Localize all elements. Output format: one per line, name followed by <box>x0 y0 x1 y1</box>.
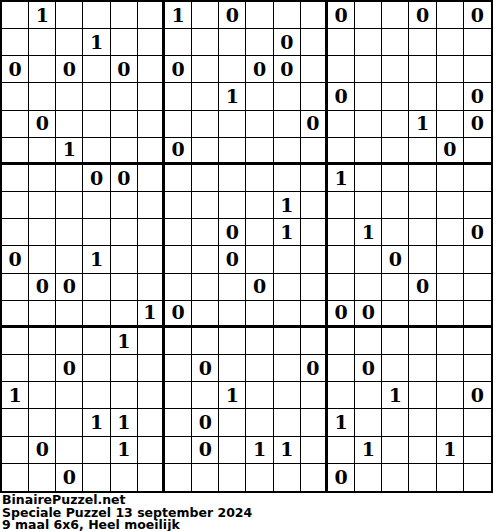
cell-r14c10-empty[interactable] <box>274 382 301 409</box>
cell-r16c16-given: 1 <box>437 437 464 464</box>
cell-r13c13-given: 0 <box>355 355 382 382</box>
cell-r14c7-empty[interactable] <box>192 382 219 409</box>
cell-r12c12-empty[interactable] <box>328 328 355 355</box>
cell-r3c11-empty[interactable] <box>301 83 328 110</box>
page: 1100001000000010000101000011011001000000… <box>0 0 493 531</box>
cell-r1c17-empty[interactable] <box>464 29 491 56</box>
cell-r2c12-empty[interactable] <box>328 56 355 83</box>
cell-r13c6-empty[interactable] <box>165 355 192 382</box>
cell-r0c9-empty[interactable] <box>246 2 273 29</box>
cell-r8c0-empty[interactable] <box>2 219 29 246</box>
cell-r2c16-empty[interactable] <box>437 56 464 83</box>
cell-r17c15-empty[interactable] <box>409 464 436 491</box>
cell-r8c11-empty[interactable] <box>301 219 328 246</box>
cell-r17c13-empty[interactable] <box>355 464 382 491</box>
cell-r6c0-empty[interactable] <box>2 165 29 192</box>
cell-r3c2-empty[interactable] <box>56 83 83 110</box>
cell-r17c7-empty[interactable] <box>192 464 219 491</box>
cell-r7c1-empty[interactable] <box>29 192 56 219</box>
cell-r17c1-empty[interactable] <box>29 464 56 491</box>
cell-r17c11-empty[interactable] <box>301 464 328 491</box>
cell-r13c16-empty[interactable] <box>437 355 464 382</box>
cell-r8c1-empty[interactable] <box>29 219 56 246</box>
cell-r10c11-empty[interactable] <box>301 274 328 301</box>
cell-r16c11-empty[interactable] <box>301 437 328 464</box>
cell-r6c3-given: 0 <box>83 165 110 192</box>
cell-r7c15-empty[interactable] <box>409 192 436 219</box>
cell-r12c14-empty[interactable] <box>382 328 409 355</box>
cell-r2c14-empty[interactable] <box>382 56 409 83</box>
cell-r6c16-empty[interactable] <box>437 165 464 192</box>
cell-r11c1-empty[interactable] <box>29 301 56 328</box>
cell-r8c17-given: 0 <box>464 219 491 246</box>
cell-r2c0-given: 0 <box>2 56 29 83</box>
cell-r9c10-empty[interactable] <box>274 246 301 273</box>
cell-r11c17-empty[interactable] <box>464 301 491 328</box>
cell-r9c11-empty[interactable] <box>301 246 328 273</box>
cell-r9c3-given: 1 <box>83 246 110 273</box>
cell-r15c5-empty[interactable] <box>138 409 165 436</box>
cell-r11c5-given: 1 <box>138 301 165 328</box>
cell-r10c5-empty[interactable] <box>138 274 165 301</box>
cell-r8c6-empty[interactable] <box>165 219 192 246</box>
cell-r6c5-empty[interactable] <box>138 165 165 192</box>
cell-r8c14-empty[interactable] <box>382 219 409 246</box>
cell-r5c7-empty[interactable] <box>192 138 219 165</box>
cell-r7c17-empty[interactable] <box>464 192 491 219</box>
cell-r8c10-given: 1 <box>274 219 301 246</box>
cell-r15c10-empty[interactable] <box>274 409 301 436</box>
cell-r4c5-empty[interactable] <box>138 111 165 138</box>
cell-r11c8-empty[interactable] <box>219 301 246 328</box>
cell-r4c14-empty[interactable] <box>382 111 409 138</box>
cell-r13c8-empty[interactable] <box>219 355 246 382</box>
cell-r10c0-empty[interactable] <box>2 274 29 301</box>
cell-r5c15-empty[interactable] <box>409 138 436 165</box>
cell-r2c1-empty[interactable] <box>29 56 56 83</box>
cell-r6c8-empty[interactable] <box>219 165 246 192</box>
cell-r8c5-empty[interactable] <box>138 219 165 246</box>
cell-r11c14-empty[interactable] <box>382 301 409 328</box>
cell-r0c14-empty[interactable] <box>382 2 409 29</box>
cell-r16c6-empty[interactable] <box>165 437 192 464</box>
cell-r10c16-empty[interactable] <box>437 274 464 301</box>
cell-r16c3-empty[interactable] <box>83 437 110 464</box>
footer-subtitle: 9 maal 6x6, Heel moeilijk <box>2 519 493 531</box>
cell-r2c7-empty[interactable] <box>192 56 219 83</box>
cell-r12c13-empty[interactable] <box>355 328 382 355</box>
cell-r10c1-given: 0 <box>29 274 56 301</box>
cell-r13c9-empty[interactable] <box>246 355 273 382</box>
cell-r2c11-empty[interactable] <box>301 56 328 83</box>
cell-r14c16-empty[interactable] <box>437 382 464 409</box>
cell-r0c5-empty[interactable] <box>138 2 165 29</box>
cell-r14c4-empty[interactable] <box>111 382 138 409</box>
cell-r11c11-empty[interactable] <box>301 301 328 328</box>
cell-r12c2-empty[interactable] <box>56 328 83 355</box>
cell-r17c10-empty[interactable] <box>274 464 301 491</box>
cell-r12c15-empty[interactable] <box>409 328 436 355</box>
cell-r17c4-empty[interactable] <box>111 464 138 491</box>
cell-r11c7-empty[interactable] <box>192 301 219 328</box>
cell-r2c9-given: 0 <box>246 56 273 83</box>
cell-r8c15-empty[interactable] <box>409 219 436 246</box>
cell-r5c2-given: 1 <box>56 138 83 165</box>
cell-r12c1-empty[interactable] <box>29 328 56 355</box>
cell-r15c11-empty[interactable] <box>301 409 328 436</box>
cell-r15c14-empty[interactable] <box>382 409 409 436</box>
cell-r7c8-empty[interactable] <box>219 192 246 219</box>
cell-r6c13-empty[interactable] <box>355 165 382 192</box>
cell-r4c2-empty[interactable] <box>56 111 83 138</box>
cell-r2c17-empty[interactable] <box>464 56 491 83</box>
cell-r4c6-empty[interactable] <box>165 111 192 138</box>
cell-r4c10-empty[interactable] <box>274 111 301 138</box>
cell-r15c6-empty[interactable] <box>165 409 192 436</box>
cell-r4c0-empty[interactable] <box>2 111 29 138</box>
cell-r11c4-empty[interactable] <box>111 301 138 328</box>
cell-r16c15-empty[interactable] <box>409 437 436 464</box>
cell-r8c12-empty[interactable] <box>328 219 355 246</box>
cell-r1c5-empty[interactable] <box>138 29 165 56</box>
cell-r15c17-empty[interactable] <box>464 409 491 436</box>
cell-r13c14-empty[interactable] <box>382 355 409 382</box>
cell-r7c16-empty[interactable] <box>437 192 464 219</box>
cell-r1c8-empty[interactable] <box>219 29 246 56</box>
cell-r13c11-given: 0 <box>301 355 328 382</box>
cell-r11c10-empty[interactable] <box>274 301 301 328</box>
cell-r6c10-empty[interactable] <box>274 165 301 192</box>
cell-r3c1-empty[interactable] <box>29 83 56 110</box>
cell-r1c7-empty[interactable] <box>192 29 219 56</box>
cell-r8c4-empty[interactable] <box>111 219 138 246</box>
cell-r2c8-empty[interactable] <box>219 56 246 83</box>
cell-r14c15-empty[interactable] <box>409 382 436 409</box>
cell-r7c9-empty[interactable] <box>246 192 273 219</box>
cell-r14c14-given: 1 <box>382 382 409 409</box>
cell-r5c10-empty[interactable] <box>274 138 301 165</box>
cell-r5c5-empty[interactable] <box>138 138 165 165</box>
cell-r17c6-empty[interactable] <box>165 464 192 491</box>
cell-r8c9-empty[interactable] <box>246 219 273 246</box>
cell-r7c14-empty[interactable] <box>382 192 409 219</box>
cell-r1c11-empty[interactable] <box>301 29 328 56</box>
cell-r1c6-empty[interactable] <box>165 29 192 56</box>
cell-r14c11-empty[interactable] <box>301 382 328 409</box>
cell-r15c1-empty[interactable] <box>29 409 56 436</box>
cell-r7c4-empty[interactable] <box>111 192 138 219</box>
cell-r17c9-empty[interactable] <box>246 464 273 491</box>
cell-r10c17-empty[interactable] <box>464 274 491 301</box>
cell-r14c12-empty[interactable] <box>328 382 355 409</box>
cell-r3c10-empty[interactable] <box>274 83 301 110</box>
cell-r9c1-empty[interactable] <box>29 246 56 273</box>
cell-r6c17-empty[interactable] <box>464 165 491 192</box>
cell-r16c5-empty[interactable] <box>138 437 165 464</box>
cell-r0c1-given: 1 <box>29 2 56 29</box>
cell-r1c9-empty[interactable] <box>246 29 273 56</box>
cell-r2c15-empty[interactable] <box>409 56 436 83</box>
cell-r13c1-empty[interactable] <box>29 355 56 382</box>
cell-r10c7-empty[interactable] <box>192 274 219 301</box>
cell-r3c14-empty[interactable] <box>382 83 409 110</box>
cell-r7c6-empty[interactable] <box>165 192 192 219</box>
cell-r14c9-empty[interactable] <box>246 382 273 409</box>
footer: BinairePuzzel.net Speciale Puzzel 13 sep… <box>0 493 493 531</box>
cell-r14c6-empty[interactable] <box>165 382 192 409</box>
cell-r16c4-given: 1 <box>111 437 138 464</box>
cell-r15c16-empty[interactable] <box>437 409 464 436</box>
cell-r15c15-empty[interactable] <box>409 409 436 436</box>
cell-r11c2-empty[interactable] <box>56 301 83 328</box>
cell-r5c1-empty[interactable] <box>29 138 56 165</box>
cell-r9c2-empty[interactable] <box>56 246 83 273</box>
cell-r10c3-empty[interactable] <box>83 274 110 301</box>
cell-r16c9-given: 1 <box>246 437 273 464</box>
cell-r16c14-empty[interactable] <box>382 437 409 464</box>
cell-r5c9-empty[interactable] <box>246 138 273 165</box>
cell-r14c1-empty[interactable] <box>29 382 56 409</box>
cell-r9c0-given: 0 <box>2 246 29 273</box>
cell-r6c6-empty[interactable] <box>165 165 192 192</box>
cell-r17c14-empty[interactable] <box>382 464 409 491</box>
cell-r17c5-empty[interactable] <box>138 464 165 491</box>
cell-r8c13-given: 1 <box>355 219 382 246</box>
cell-r9c12-empty[interactable] <box>328 246 355 273</box>
cell-r10c13-empty[interactable] <box>355 274 382 301</box>
cell-r3c0-empty[interactable] <box>2 83 29 110</box>
cell-r6c7-empty[interactable] <box>192 165 219 192</box>
cell-r1c13-empty[interactable] <box>355 29 382 56</box>
cell-r12c8-empty[interactable] <box>219 328 246 355</box>
cell-r17c17-empty[interactable] <box>464 464 491 491</box>
cell-r7c5-empty[interactable] <box>138 192 165 219</box>
cell-r9c5-empty[interactable] <box>138 246 165 273</box>
cell-r10c12-empty[interactable] <box>328 274 355 301</box>
cell-r10c10-empty[interactable] <box>274 274 301 301</box>
cell-r4c12-empty[interactable] <box>328 111 355 138</box>
cell-r12c10-empty[interactable] <box>274 328 301 355</box>
cell-r13c4-empty[interactable] <box>111 355 138 382</box>
cell-r3c7-empty[interactable] <box>192 83 219 110</box>
cell-r3c5-empty[interactable] <box>138 83 165 110</box>
cell-r12c11-empty[interactable] <box>301 328 328 355</box>
cell-r3c6-empty[interactable] <box>165 83 192 110</box>
cell-r11c3-empty[interactable] <box>83 301 110 328</box>
cell-r17c3-empty[interactable] <box>83 464 110 491</box>
cell-r14c13-empty[interactable] <box>355 382 382 409</box>
cell-r0c3-empty[interactable] <box>83 2 110 29</box>
cell-r11c13-given: 0 <box>355 301 382 328</box>
cell-r5c8-empty[interactable] <box>219 138 246 165</box>
cell-r15c12-given: 1 <box>328 409 355 436</box>
cell-r4c3-empty[interactable] <box>83 111 110 138</box>
cell-r13c3-empty[interactable] <box>83 355 110 382</box>
cell-r4c7-empty[interactable] <box>192 111 219 138</box>
cell-r1c1-empty[interactable] <box>29 29 56 56</box>
cell-r7c12-empty[interactable] <box>328 192 355 219</box>
cell-r16c0-empty[interactable] <box>2 437 29 464</box>
cell-r9c4-empty[interactable] <box>111 246 138 273</box>
cell-r1c4-empty[interactable] <box>111 29 138 56</box>
cell-r12c16-empty[interactable] <box>437 328 464 355</box>
cell-r2c6-given: 0 <box>165 56 192 83</box>
cell-r13c10-empty[interactable] <box>274 355 301 382</box>
cell-r8c2-empty[interactable] <box>56 219 83 246</box>
cell-r7c2-empty[interactable] <box>56 192 83 219</box>
cell-r15c8-empty[interactable] <box>219 409 246 436</box>
cell-r13c2-given: 0 <box>56 355 83 382</box>
cell-r8c16-empty[interactable] <box>437 219 464 246</box>
cell-r4c1-given: 0 <box>29 111 56 138</box>
cell-r15c13-empty[interactable] <box>355 409 382 436</box>
cell-r1c12-empty[interactable] <box>328 29 355 56</box>
cell-r10c4-empty[interactable] <box>111 274 138 301</box>
cell-r3c17-given: 0 <box>464 83 491 110</box>
cell-r15c9-empty[interactable] <box>246 409 273 436</box>
cell-r12c7-empty[interactable] <box>192 328 219 355</box>
cell-r13c12-empty[interactable] <box>328 355 355 382</box>
cell-r17c8-empty[interactable] <box>219 464 246 491</box>
cell-r1c15-empty[interactable] <box>409 29 436 56</box>
cell-r7c0-empty[interactable] <box>2 192 29 219</box>
cell-r9c17-empty[interactable] <box>464 246 491 273</box>
cell-r9c9-empty[interactable] <box>246 246 273 273</box>
cell-r12c3-empty[interactable] <box>83 328 110 355</box>
cell-r3c13-empty[interactable] <box>355 83 382 110</box>
cell-r9c13-empty[interactable] <box>355 246 382 273</box>
cell-r15c2-empty[interactable] <box>56 409 83 436</box>
cell-r6c15-empty[interactable] <box>409 165 436 192</box>
cell-r9c15-empty[interactable] <box>409 246 436 273</box>
cell-r13c17-empty[interactable] <box>464 355 491 382</box>
cell-r10c8-empty[interactable] <box>219 274 246 301</box>
cell-r3c4-empty[interactable] <box>111 83 138 110</box>
cell-r4c8-empty[interactable] <box>219 111 246 138</box>
cell-r6c11-empty[interactable] <box>301 165 328 192</box>
cell-r0c0-empty[interactable] <box>2 2 29 29</box>
cell-r15c0-empty[interactable] <box>2 409 29 436</box>
cell-r14c5-empty[interactable] <box>138 382 165 409</box>
cell-r14c2-empty[interactable] <box>56 382 83 409</box>
cell-r0c16-empty[interactable] <box>437 2 464 29</box>
cell-r9c8-given: 0 <box>219 246 246 273</box>
cell-r6c1-empty[interactable] <box>29 165 56 192</box>
cell-r9c7-empty[interactable] <box>192 246 219 273</box>
cell-r11c15-empty[interactable] <box>409 301 436 328</box>
cell-r5c14-empty[interactable] <box>382 138 409 165</box>
cell-r7c13-empty[interactable] <box>355 192 382 219</box>
cell-r17c0-empty[interactable] <box>2 464 29 491</box>
cell-r17c2-given: 0 <box>56 464 83 491</box>
cell-r9c6-empty[interactable] <box>165 246 192 273</box>
cell-r9c16-empty[interactable] <box>437 246 464 273</box>
cell-r12c5-empty[interactable] <box>138 328 165 355</box>
cell-r17c16-empty[interactable] <box>437 464 464 491</box>
cell-r2c4-given: 0 <box>111 56 138 83</box>
cell-r1c2-empty[interactable] <box>56 29 83 56</box>
cell-r6c2-empty[interactable] <box>56 165 83 192</box>
cell-r14c8-given: 1 <box>219 382 246 409</box>
cell-r6c9-empty[interactable] <box>246 165 273 192</box>
cell-r0c11-empty[interactable] <box>301 2 328 29</box>
cell-r8c3-empty[interactable] <box>83 219 110 246</box>
cell-r5c12-empty[interactable] <box>328 138 355 165</box>
cell-r1c10-given: 0 <box>274 29 301 56</box>
cell-r4c16-empty[interactable] <box>437 111 464 138</box>
cell-r8c8-given: 0 <box>219 219 246 246</box>
cell-r3c9-empty[interactable] <box>246 83 273 110</box>
cell-r11c9-empty[interactable] <box>246 301 273 328</box>
cell-r0c4-empty[interactable] <box>111 2 138 29</box>
cell-r1c0-empty[interactable] <box>2 29 29 56</box>
cell-r12c9-empty[interactable] <box>246 328 273 355</box>
cell-r14c3-empty[interactable] <box>83 382 110 409</box>
cell-r5c4-empty[interactable] <box>111 138 138 165</box>
cell-r6c14-empty[interactable] <box>382 165 409 192</box>
cell-r12c0-empty[interactable] <box>2 328 29 355</box>
cell-r2c3-empty[interactable] <box>83 56 110 83</box>
cell-r0c13-empty[interactable] <box>355 2 382 29</box>
cell-r16c12-empty[interactable] <box>328 437 355 464</box>
cell-r10c9-given: 0 <box>246 274 273 301</box>
cell-r7c11-empty[interactable] <box>301 192 328 219</box>
cell-r7c10-given: 1 <box>274 192 301 219</box>
binary-puzzle-board: 1100001000000010000101000011011001000000… <box>0 0 493 493</box>
cell-r8c7-empty[interactable] <box>192 219 219 246</box>
cell-r12c4-given: 1 <box>111 328 138 355</box>
cell-r16c8-empty[interactable] <box>219 437 246 464</box>
cell-r13c5-empty[interactable] <box>138 355 165 382</box>
cell-r0c7-empty[interactable] <box>192 2 219 29</box>
cell-r16c2-empty[interactable] <box>56 437 83 464</box>
cell-r5c13-empty[interactable] <box>355 138 382 165</box>
cell-r4c9-empty[interactable] <box>246 111 273 138</box>
cell-r13c15-empty[interactable] <box>409 355 436 382</box>
cell-r15c3-given: 1 <box>83 409 110 436</box>
cell-r3c15-empty[interactable] <box>409 83 436 110</box>
cell-r5c11-empty[interactable] <box>301 138 328 165</box>
cell-r12c17-empty[interactable] <box>464 328 491 355</box>
cell-r0c10-empty[interactable] <box>274 2 301 29</box>
cell-r10c6-empty[interactable] <box>165 274 192 301</box>
cell-r7c3-empty[interactable] <box>83 192 110 219</box>
cell-r11c16-empty[interactable] <box>437 301 464 328</box>
cell-r5c17-empty[interactable] <box>464 138 491 165</box>
cell-r2c13-empty[interactable] <box>355 56 382 83</box>
cell-r1c16-empty[interactable] <box>437 29 464 56</box>
cell-r2c5-empty[interactable] <box>138 56 165 83</box>
cell-r3c3-empty[interactable] <box>83 83 110 110</box>
cell-r4c4-empty[interactable] <box>111 111 138 138</box>
cell-r3c16-empty[interactable] <box>437 83 464 110</box>
cell-r13c0-empty[interactable] <box>2 355 29 382</box>
cell-r15c7-given: 0 <box>192 409 219 436</box>
cell-r7c7-empty[interactable] <box>192 192 219 219</box>
cell-r5c0-empty[interactable] <box>2 138 29 165</box>
cell-r11c0-empty[interactable] <box>2 301 29 328</box>
cell-r4c13-empty[interactable] <box>355 111 382 138</box>
cell-r1c14-empty[interactable] <box>382 29 409 56</box>
cell-r16c13-given: 1 <box>355 437 382 464</box>
cell-r10c14-empty[interactable] <box>382 274 409 301</box>
cell-r5c6-given: 0 <box>165 138 192 165</box>
cell-r0c2-empty[interactable] <box>56 2 83 29</box>
cell-r16c17-empty[interactable] <box>464 437 491 464</box>
cell-r12c6-empty[interactable] <box>165 328 192 355</box>
cell-r13c7-given: 0 <box>192 355 219 382</box>
cell-r5c3-empty[interactable] <box>83 138 110 165</box>
